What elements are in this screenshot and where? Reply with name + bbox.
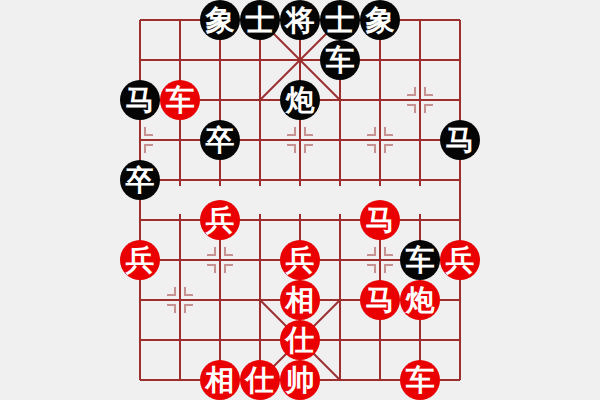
piece-red-chariot[interactable]: 车 <box>400 360 440 400</box>
piece-black-general[interactable]: 将 <box>280 0 320 40</box>
piece-black-advisor[interactable]: 士 <box>320 0 360 40</box>
piece-black-chariot[interactable]: 车 <box>400 240 440 280</box>
pieces-layer: 象士将士象车马车炮卒马卒兵马兵兵车兵相马炮仕相仕帅车 <box>0 0 600 400</box>
piece-black-advisor[interactable]: 士 <box>240 0 280 40</box>
piece-black-horse[interactable]: 马 <box>120 80 160 120</box>
piece-black-elephant[interactable]: 象 <box>360 0 400 40</box>
xiangqi-app: 象士将士象车马车炮卒马卒兵马兵兵车兵相马炮仕相仕帅车 <box>0 0 600 400</box>
piece-red-general[interactable]: 帅 <box>280 360 320 400</box>
piece-red-horse[interactable]: 马 <box>360 200 400 240</box>
piece-red-advisor[interactable]: 仕 <box>280 320 320 360</box>
piece-red-soldier[interactable]: 兵 <box>280 240 320 280</box>
piece-black-horse[interactable]: 马 <box>440 120 480 160</box>
piece-black-soldier[interactable]: 卒 <box>200 120 240 160</box>
piece-red-chariot[interactable]: 车 <box>160 80 200 120</box>
piece-red-cannon[interactable]: 炮 <box>400 280 440 320</box>
piece-red-horse[interactable]: 马 <box>360 280 400 320</box>
piece-black-soldier[interactable]: 卒 <box>120 160 160 200</box>
piece-red-elephant[interactable]: 相 <box>200 360 240 400</box>
piece-black-chariot[interactable]: 车 <box>320 40 360 80</box>
piece-red-soldier[interactable]: 兵 <box>120 240 160 280</box>
piece-black-elephant[interactable]: 象 <box>200 0 240 40</box>
piece-red-soldier[interactable]: 兵 <box>200 200 240 240</box>
piece-black-cannon[interactable]: 炮 <box>280 80 320 120</box>
piece-red-advisor[interactable]: 仕 <box>240 360 280 400</box>
piece-red-soldier[interactable]: 兵 <box>440 240 480 280</box>
piece-red-elephant[interactable]: 相 <box>280 280 320 320</box>
